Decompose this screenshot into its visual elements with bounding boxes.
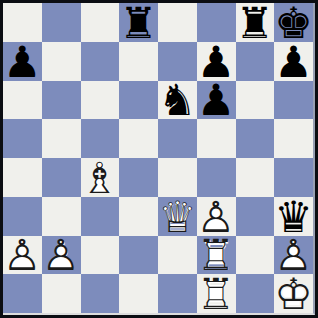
square-a1[interactable] <box>3 274 42 313</box>
square-e5[interactable] <box>158 119 197 158</box>
bishop-outline-icon: ♗ <box>81 159 120 198</box>
square-a6[interactable] <box>3 81 42 120</box>
square-c2[interactable] <box>81 236 120 275</box>
square-d6[interactable] <box>119 81 158 120</box>
square-e1[interactable] <box>158 274 197 313</box>
square-g3[interactable] <box>236 197 275 236</box>
square-f6[interactable]: ♟ <box>197 81 236 120</box>
square-g7[interactable] <box>236 42 275 81</box>
rook-icon: ♜ <box>236 4 275 43</box>
white-king[interactable]: ♚♔ <box>274 274 313 313</box>
square-b6[interactable] <box>42 81 81 120</box>
pawn-icon: ♟ <box>274 43 313 82</box>
king-outline-icon: ♔ <box>274 275 313 314</box>
square-h1[interactable]: ♚♔ <box>274 274 313 313</box>
white-queen[interactable]: ♛♕ <box>158 197 197 236</box>
chess-board: ♜♜♚♟♟♟♞♟♝♗♛♕♟♙♛♟♙♟♙♜♖♟♙♜♖♚♔ <box>3 3 313 313</box>
rook-icon: ♜ <box>119 4 158 43</box>
square-c4[interactable]: ♝♗ <box>81 158 120 197</box>
square-e3[interactable]: ♛♕ <box>158 197 197 236</box>
pawn-icon: ♟ <box>3 43 42 82</box>
square-d1[interactable] <box>119 274 158 313</box>
square-c3[interactable] <box>81 197 120 236</box>
square-g6[interactable] <box>236 81 275 120</box>
queen-outline-icon: ♕ <box>158 198 197 237</box>
square-e6[interactable]: ♞ <box>158 81 197 120</box>
square-c6[interactable] <box>81 81 120 120</box>
square-d5[interactable] <box>119 119 158 158</box>
square-b7[interactable] <box>42 42 81 81</box>
black-rook[interactable]: ♜ <box>119 3 158 42</box>
square-b8[interactable] <box>42 3 81 42</box>
pawn-outline-icon: ♙ <box>3 237 42 276</box>
square-a2[interactable]: ♟♙ <box>3 236 42 275</box>
square-b5[interactable] <box>42 119 81 158</box>
black-pawn[interactable]: ♟ <box>274 42 313 81</box>
knight-icon: ♞ <box>158 82 197 121</box>
square-g1[interactable] <box>236 274 275 313</box>
square-d7[interactable] <box>119 42 158 81</box>
board-inner-edge: ♜♜♚♟♟♟♞♟♝♗♛♕♟♙♛♟♙♟♙♜♖♟♙♜♖♚♔ <box>3 3 315 315</box>
black-knight[interactable]: ♞ <box>158 81 197 120</box>
square-e2[interactable] <box>158 236 197 275</box>
black-pawn[interactable]: ♟ <box>197 81 236 120</box>
square-d8[interactable]: ♜ <box>119 3 158 42</box>
pawn-outline-icon: ♙ <box>42 237 81 276</box>
square-c7[interactable] <box>81 42 120 81</box>
square-f5[interactable] <box>197 119 236 158</box>
square-g2[interactable] <box>236 236 275 275</box>
square-h5[interactable] <box>274 119 313 158</box>
white-pawn[interactable]: ♟♙ <box>42 236 81 275</box>
square-b2[interactable]: ♟♙ <box>42 236 81 275</box>
square-a4[interactable] <box>3 158 42 197</box>
square-d4[interactable] <box>119 158 158 197</box>
rook-outline-icon: ♖ <box>197 275 236 314</box>
square-b1[interactable] <box>42 274 81 313</box>
square-g4[interactable] <box>236 158 275 197</box>
square-h6[interactable] <box>274 81 313 120</box>
square-c8[interactable] <box>81 3 120 42</box>
square-c1[interactable] <box>81 274 120 313</box>
square-d2[interactable] <box>119 236 158 275</box>
square-a5[interactable] <box>3 119 42 158</box>
square-e8[interactable] <box>158 3 197 42</box>
square-g8[interactable]: ♜ <box>236 3 275 42</box>
square-f1[interactable]: ♜♖ <box>197 274 236 313</box>
square-d3[interactable] <box>119 197 158 236</box>
black-rook[interactable]: ♜ <box>236 3 275 42</box>
pawn-icon: ♟ <box>197 82 236 121</box>
white-pawn[interactable]: ♟♙ <box>3 236 42 275</box>
black-pawn[interactable]: ♟ <box>3 42 42 81</box>
square-a7[interactable]: ♟ <box>3 42 42 81</box>
square-h7[interactable]: ♟ <box>274 42 313 81</box>
white-bishop[interactable]: ♝♗ <box>81 158 120 197</box>
white-rook[interactable]: ♜♖ <box>197 274 236 313</box>
square-b4[interactable] <box>42 158 81 197</box>
chessboard-frame: ♜♜♚♟♟♟♞♟♝♗♛♕♟♙♛♟♙♟♙♜♖♟♙♜♖♚♔ <box>0 0 318 318</box>
square-g5[interactable] <box>236 119 275 158</box>
